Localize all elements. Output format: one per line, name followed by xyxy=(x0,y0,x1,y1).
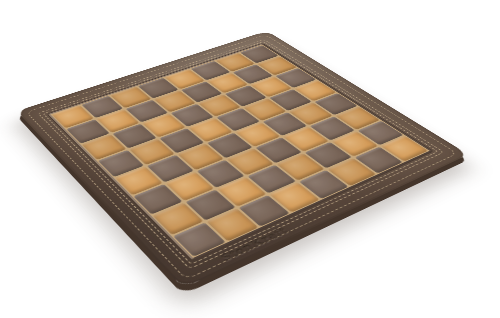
board-grid xyxy=(50,45,429,258)
board-frame xyxy=(48,44,433,261)
product-photo-stage: StonKraft xyxy=(0,0,500,318)
chess-board: StonKraft xyxy=(17,31,469,289)
